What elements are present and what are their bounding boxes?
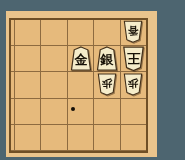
piece-king-1b[interactable]: 王 xyxy=(122,46,145,72)
board-square[interactable] xyxy=(41,72,66,97)
board-square[interactable] xyxy=(94,20,119,45)
board-square[interactable] xyxy=(41,99,66,124)
piece-pawn-2c[interactable]: 歩 xyxy=(97,73,117,96)
piece-kanji: 銀 xyxy=(99,52,114,67)
board-square[interactable] xyxy=(15,46,40,71)
board-square[interactable] xyxy=(94,125,119,150)
board-square[interactable] xyxy=(11,99,14,124)
board-square[interactable] xyxy=(121,125,146,150)
page-background: 香王銀金歩歩 xyxy=(0,0,185,160)
board-square[interactable] xyxy=(94,99,119,124)
board-square[interactable] xyxy=(121,99,146,124)
piece-kanji: 香 xyxy=(128,26,140,38)
board-square[interactable] xyxy=(11,125,14,150)
board-square[interactable] xyxy=(11,72,14,97)
board-square[interactable] xyxy=(11,20,14,45)
piece-kanji: 歩 xyxy=(128,78,140,90)
board-square[interactable] xyxy=(41,125,66,150)
piece-silver-2b[interactable]: 銀 xyxy=(96,46,118,71)
board-square[interactable] xyxy=(41,46,66,71)
piece-gold-3b[interactable]: 金 xyxy=(70,46,92,71)
board-square[interactable] xyxy=(41,20,66,45)
board-square[interactable] xyxy=(68,72,93,97)
piece-lance-1a[interactable]: 香 xyxy=(123,20,143,44)
piece-pawn-1c[interactable]: 歩 xyxy=(123,73,143,96)
piece-kanji: 金 xyxy=(73,52,88,67)
board-square[interactable] xyxy=(68,125,93,150)
piece-kanji: 歩 xyxy=(101,78,113,90)
board-square[interactable] xyxy=(15,125,40,150)
board-square[interactable] xyxy=(15,20,40,45)
piece-kanji: 王 xyxy=(127,51,141,66)
board-square[interactable] xyxy=(15,99,40,124)
board-square[interactable] xyxy=(68,20,93,45)
board-square[interactable] xyxy=(11,46,14,71)
board-square[interactable] xyxy=(68,99,93,124)
board-square[interactable] xyxy=(15,72,40,97)
